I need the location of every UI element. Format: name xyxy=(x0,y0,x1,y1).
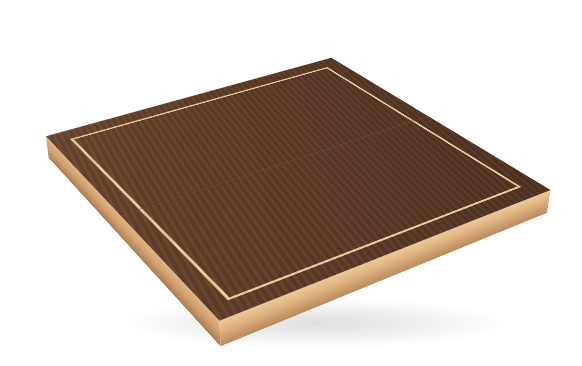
chessboard-product-photo xyxy=(0,0,582,366)
chess-board xyxy=(46,58,551,321)
pieces-layer xyxy=(46,58,551,321)
